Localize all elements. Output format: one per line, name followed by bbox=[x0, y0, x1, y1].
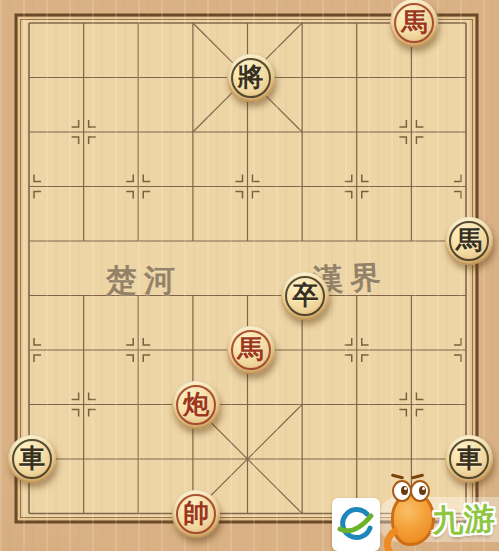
piece-glyph: 馬 bbox=[456, 228, 482, 254]
piece-black-horse[interactable]: 馬 bbox=[445, 217, 493, 265]
xiangqi-board-screenshot: 楚河 漢界 馬將馬卒馬炮車車帥 九游 bbox=[0, 0, 499, 551]
piece-glyph: 將 bbox=[238, 65, 264, 91]
piece-glyph: 車 bbox=[19, 446, 45, 472]
piece-glyph: 炮 bbox=[183, 392, 209, 418]
piece-black-soldier[interactable]: 卒 bbox=[281, 272, 329, 320]
piece-glyph: 卒 bbox=[292, 283, 318, 309]
piece-black-chariot[interactable]: 車 bbox=[8, 435, 56, 483]
piece-black-chariot[interactable]: 車 bbox=[445, 435, 493, 483]
piece-black-general[interactable]: 將 bbox=[227, 54, 275, 102]
river-label-left: 楚河 bbox=[106, 260, 182, 302]
piece-red-horse[interactable]: 馬 bbox=[227, 326, 275, 374]
piece-glyph: 馬 bbox=[401, 10, 427, 36]
piece-red-cannon[interactable]: 炮 bbox=[172, 381, 220, 429]
piece-glyph: 馬 bbox=[238, 337, 264, 363]
piece-glyph: 車 bbox=[456, 446, 482, 472]
piece-red-general[interactable]: 帥 bbox=[172, 490, 220, 538]
piece-glyph: 帥 bbox=[183, 501, 209, 527]
